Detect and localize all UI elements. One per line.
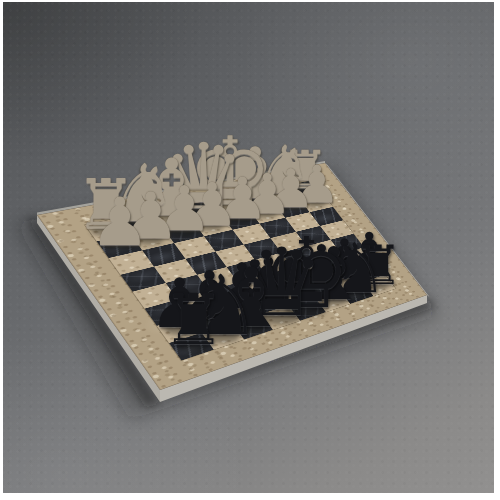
product-photo: ♜♞♝♟♚♟♛♟♝♟♞♟♜♟♟♟♟♟♜♟♞♟♝♟♚♟♛♟♝♟♞♜ xyxy=(0,0,500,500)
world: ♜♞♝♟♚♟♛♟♝♟♞♟♜♟♟♟♟♟♜♟♞♟♝♟♚♟♛♟♝♟♞♜ xyxy=(3,2,494,493)
scene: ♜♞♝♟♚♟♛♟♝♟♞♟♜♟♟♟♟♟♜♟♞♟♝♟♚♟♛♟♝♟♞♜ xyxy=(3,2,494,493)
